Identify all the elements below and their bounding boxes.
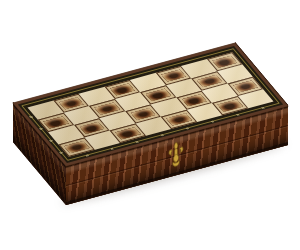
brass-clasp-icon — [166, 139, 185, 172]
product-photo — [0, 0, 300, 250]
